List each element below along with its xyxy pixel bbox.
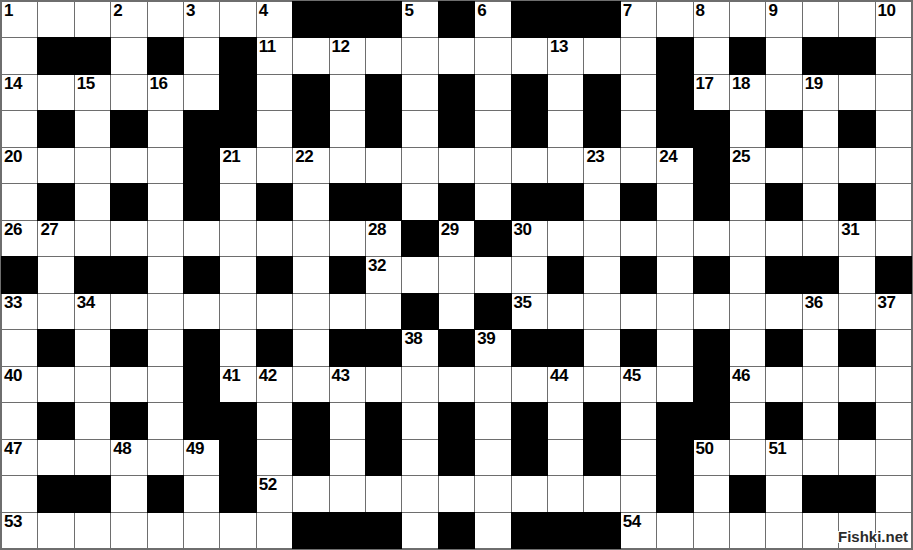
white-cell[interactable]: 42 [257,367,292,402]
black-cell [111,330,146,365]
white-cell[interactable] [75,440,110,475]
white-cell[interactable] [512,38,547,73]
white-cell[interactable] [293,38,328,73]
white-cell[interactable]: 22 [293,148,328,183]
white-cell[interactable] [220,257,255,292]
white-cell[interactable] [694,38,729,73]
black-cell [257,184,292,219]
white-cell[interactable] [657,2,692,37]
white-cell[interactable]: 49 [184,440,219,475]
white-cell[interactable] [293,330,328,365]
black-cell [184,184,219,219]
white-cell[interactable] [38,148,73,183]
white-cell[interactable] [876,75,911,110]
white-cell[interactable] [111,38,146,73]
white-cell[interactable] [402,476,437,511]
clue-number: 30 [514,221,532,240]
black-cell [111,403,146,438]
white-cell[interactable] [766,476,801,511]
white-cell[interactable] [366,38,401,73]
white-cell[interactable] [220,221,255,256]
white-cell[interactable] [657,184,692,219]
white-cell[interactable]: 21 [220,148,255,183]
white-cell[interactable] [257,75,292,110]
white-cell[interactable] [2,403,37,438]
clue-number: 23 [586,148,604,167]
white-cell[interactable] [475,111,510,146]
white-cell[interactable] [330,148,365,183]
white-cell[interactable] [366,148,401,183]
white-cell[interactable] [621,38,656,73]
white-cell[interactable] [839,440,874,475]
white-cell[interactable] [148,440,183,475]
white-cell[interactable] [475,75,510,110]
white-cell[interactable]: 34 [75,294,110,329]
white-cell[interactable] [730,111,765,146]
white-cell[interactable]: 53 [2,513,37,548]
white-cell[interactable] [148,403,183,438]
white-cell[interactable] [402,111,437,146]
white-cell[interactable]: 35 [512,294,547,329]
white-cell[interactable] [148,221,183,256]
white-cell[interactable]: 29 [439,221,474,256]
white-cell[interactable] [730,403,765,438]
white-cell[interactable] [766,221,801,256]
white-cell[interactable] [75,367,110,402]
white-cell[interactable] [766,148,801,183]
white-cell[interactable] [111,294,146,329]
black-cell [766,111,801,146]
white-cell[interactable] [839,2,874,37]
white-cell[interactable]: 50 [694,440,729,475]
white-cell[interactable] [839,148,874,183]
white-cell[interactable] [512,148,547,183]
white-cell[interactable] [439,257,474,292]
white-cell[interactable] [876,440,911,475]
white-cell[interactable] [184,38,219,73]
white-cell[interactable] [475,440,510,475]
black-cell [439,403,474,438]
white-cell[interactable] [402,184,437,219]
white-cell[interactable]: 36 [803,294,838,329]
white-cell[interactable] [621,111,656,146]
white-cell[interactable] [876,367,911,402]
white-cell[interactable]: 38 [402,330,437,365]
white-cell[interactable]: 28 [366,221,401,256]
black-cell [184,367,219,402]
white-cell[interactable] [402,38,437,73]
white-cell[interactable] [657,257,692,292]
black-cell [512,75,547,110]
white-cell[interactable] [766,38,801,73]
white-cell[interactable] [730,294,765,329]
white-cell[interactable] [2,38,37,73]
white-cell[interactable] [876,221,911,256]
white-cell[interactable]: 30 [512,221,547,256]
white-cell[interactable] [402,440,437,475]
white-cell[interactable]: 8 [694,2,729,37]
white-cell[interactable] [694,513,729,548]
white-cell[interactable] [548,476,583,511]
white-cell[interactable] [839,367,874,402]
white-cell[interactable] [621,294,656,329]
white-cell[interactable] [803,330,838,365]
clue-number: 18 [732,75,750,94]
white-cell[interactable]: 37 [876,294,911,329]
clue-number: 38 [404,330,422,349]
white-cell[interactable] [512,367,547,402]
white-cell[interactable] [148,148,183,183]
white-cell[interactable] [876,403,911,438]
white-cell[interactable] [293,476,328,511]
white-cell[interactable] [584,38,619,73]
white-cell[interactable] [621,476,656,511]
white-cell[interactable]: 16 [148,75,183,110]
white-cell[interactable] [876,476,911,511]
white-cell[interactable] [366,367,401,402]
white-cell[interactable] [694,221,729,256]
white-cell[interactable] [439,148,474,183]
white-cell[interactable] [257,440,292,475]
white-cell[interactable] [475,38,510,73]
white-cell[interactable] [730,513,765,548]
white-cell[interactable] [621,75,656,110]
white-cell[interactable] [839,75,874,110]
white-cell[interactable] [548,440,583,475]
white-cell[interactable] [584,294,619,329]
white-cell[interactable] [38,367,73,402]
white-cell[interactable]: 23 [584,148,619,183]
white-cell[interactable]: 27 [38,221,73,256]
white-cell[interactable] [512,257,547,292]
white-cell[interactable]: 45 [621,367,656,402]
black-cell [512,403,547,438]
black-cell [730,38,765,73]
crossword-board: 1234567891011121314151617181920212223242… [0,0,913,550]
white-cell[interactable]: 41 [220,367,255,402]
white-cell[interactable] [621,221,656,256]
white-cell[interactable] [75,513,110,548]
white-cell[interactable] [75,330,110,365]
white-cell[interactable] [220,294,255,329]
white-cell[interactable] [38,75,73,110]
white-cell[interactable] [402,148,437,183]
white-cell[interactable] [803,148,838,183]
white-cell[interactable]: 19 [803,75,838,110]
white-cell[interactable] [148,330,183,365]
white-cell[interactable]: 17 [694,75,729,110]
clue-number: 1 [4,2,13,21]
white-cell[interactable] [257,294,292,329]
white-cell[interactable] [330,221,365,256]
white-cell[interactable] [257,513,292,548]
white-cell[interactable] [38,257,73,292]
white-cell[interactable]: 51 [766,440,801,475]
clue-number: 7 [623,2,632,21]
white-cell[interactable] [730,440,765,475]
white-cell[interactable] [475,403,510,438]
white-cell[interactable] [111,476,146,511]
white-cell[interactable] [584,184,619,219]
white-cell[interactable] [330,111,365,146]
black-cell [694,367,729,402]
white-cell[interactable]: 13 [548,38,583,73]
white-cell[interactable] [220,2,255,37]
white-cell[interactable] [876,513,911,548]
white-cell[interactable] [330,440,365,475]
white-cell[interactable] [621,440,656,475]
white-cell[interactable] [475,513,510,548]
clue-number: 44 [550,367,568,386]
white-cell[interactable] [766,367,801,402]
white-cell[interactable] [475,367,510,402]
white-cell[interactable]: 48 [111,440,146,475]
white-cell[interactable] [439,476,474,511]
white-cell[interactable] [293,257,328,292]
black-cell [439,184,474,219]
white-cell[interactable] [439,294,474,329]
white-cell[interactable] [621,148,656,183]
white-cell[interactable]: 52 [257,476,292,511]
black-cell [257,330,292,365]
black-cell [694,403,729,438]
white-cell[interactable] [803,403,838,438]
white-cell[interactable] [512,476,547,511]
black-cell [512,513,547,548]
white-cell[interactable]: 18 [730,75,765,110]
black-cell [548,257,583,292]
white-cell[interactable] [402,367,437,402]
white-cell[interactable] [111,367,146,402]
white-cell[interactable] [220,184,255,219]
white-cell[interactable] [366,476,401,511]
white-cell[interactable]: 11 [257,38,292,73]
white-cell[interactable] [475,184,510,219]
black-cell [402,221,437,256]
white-cell[interactable] [730,2,765,37]
white-cell[interactable] [148,111,183,146]
white-cell[interactable] [839,294,874,329]
white-cell[interactable] [657,513,692,548]
white-cell[interactable] [803,367,838,402]
white-cell[interactable]: 2 [111,2,146,37]
white-cell[interactable] [730,330,765,365]
white-cell[interactable] [766,75,801,110]
white-cell[interactable] [475,476,510,511]
black-cell [803,38,838,73]
white-cell[interactable] [584,476,619,511]
white-cell[interactable]: 20 [2,148,37,183]
white-cell[interactable] [257,111,292,146]
white-cell[interactable]: 40 [2,367,37,402]
white-cell[interactable]: 7 [621,2,656,37]
white-cell[interactable]: 46 [730,367,765,402]
white-cell[interactable] [111,513,146,548]
white-cell[interactable] [293,184,328,219]
white-cell[interactable] [402,403,437,438]
white-cell[interactable]: 26 [2,221,37,256]
clue-number: 39 [477,330,495,349]
white-cell[interactable] [584,367,619,402]
white-cell[interactable] [75,221,110,256]
white-cell[interactable] [584,257,619,292]
white-cell[interactable] [839,513,874,548]
clue-number: 19 [805,75,823,94]
white-cell[interactable] [439,38,474,73]
white-cell[interactable] [2,476,37,511]
white-cell[interactable] [2,111,37,146]
white-cell[interactable]: 25 [730,148,765,183]
white-cell[interactable]: 5 [402,2,437,37]
white-cell[interactable]: 15 [75,75,110,110]
white-cell[interactable] [803,221,838,256]
white-cell[interactable] [148,294,183,329]
black-cell [38,330,73,365]
white-cell[interactable]: 33 [2,294,37,329]
white-cell[interactable] [184,476,219,511]
white-cell[interactable] [75,184,110,219]
white-cell[interactable]: 6 [475,2,510,37]
white-cell[interactable] [38,440,73,475]
black-cell [548,330,583,365]
white-cell[interactable] [584,221,619,256]
black-cell [766,257,801,292]
white-cell[interactable] [548,403,583,438]
white-cell[interactable] [148,184,183,219]
white-cell[interactable] [657,294,692,329]
white-cell[interactable] [293,367,328,402]
white-cell[interactable]: 1 [2,2,37,37]
white-cell[interactable]: 9 [766,2,801,37]
white-cell[interactable] [876,330,911,365]
white-cell[interactable] [548,221,583,256]
white-cell[interactable]: 44 [548,367,583,402]
white-cell[interactable]: 54 [621,513,656,548]
white-cell[interactable] [184,75,219,110]
white-cell[interactable] [148,2,183,37]
white-cell[interactable] [402,513,437,548]
black-cell [75,257,110,292]
black-cell [584,75,619,110]
white-cell[interactable] [293,221,328,256]
white-cell[interactable] [694,476,729,511]
white-cell[interactable] [148,513,183,548]
white-cell[interactable] [876,111,911,146]
white-cell[interactable] [257,403,292,438]
white-cell[interactable]: 14 [2,75,37,110]
white-cell[interactable] [548,148,583,183]
white-cell[interactable] [111,221,146,256]
white-cell[interactable] [803,111,838,146]
white-cell[interactable] [766,513,801,548]
white-cell[interactable] [330,403,365,438]
white-cell[interactable] [184,221,219,256]
white-cell[interactable] [38,513,73,548]
white-cell[interactable] [803,513,838,548]
white-cell[interactable] [548,111,583,146]
white-cell[interactable] [75,148,110,183]
white-cell[interactable] [803,184,838,219]
white-cell[interactable] [876,184,911,219]
white-cell[interactable] [220,330,255,365]
white-cell[interactable] [402,257,437,292]
white-cell[interactable] [475,257,510,292]
white-cell[interactable] [657,221,692,256]
white-cell[interactable] [148,257,183,292]
white-cell[interactable]: 12 [330,38,365,73]
white-cell[interactable] [439,367,474,402]
white-cell[interactable]: 43 [330,367,365,402]
white-cell[interactable] [694,294,729,329]
white-cell[interactable] [584,330,619,365]
white-cell[interactable]: 3 [184,2,219,37]
black-cell [111,184,146,219]
white-cell[interactable] [38,2,73,37]
white-cell[interactable] [75,111,110,146]
white-cell[interactable]: 39 [475,330,510,365]
white-cell[interactable]: 4 [257,2,292,37]
white-cell[interactable] [730,257,765,292]
white-cell[interactable] [548,75,583,110]
white-cell[interactable] [803,2,838,37]
white-cell[interactable] [38,294,73,329]
white-cell[interactable] [366,294,401,329]
white-cell[interactable] [75,403,110,438]
clue-number: 49 [186,440,204,459]
white-cell[interactable] [402,75,437,110]
white-cell[interactable] [839,257,874,292]
white-cell[interactable] [148,367,183,402]
black-cell [512,111,547,146]
white-cell[interactable] [876,148,911,183]
white-cell[interactable] [293,294,328,329]
white-cell[interactable] [657,367,692,402]
white-cell[interactable] [184,294,219,329]
clue-number: 47 [4,440,22,459]
white-cell[interactable] [475,148,510,183]
white-cell[interactable] [111,75,146,110]
white-cell[interactable] [257,221,292,256]
white-cell[interactable] [111,148,146,183]
white-cell[interactable] [2,330,37,365]
white-cell[interactable] [2,184,37,219]
white-cell[interactable] [876,38,911,73]
black-cell [148,476,183,511]
white-cell[interactable] [184,513,219,548]
white-cell[interactable] [803,440,838,475]
white-cell[interactable]: 24 [657,148,692,183]
white-cell[interactable] [730,221,765,256]
white-cell[interactable]: 47 [2,440,37,475]
white-cell[interactable]: 32 [366,257,401,292]
white-cell[interactable] [330,75,365,110]
white-cell[interactable]: 31 [839,221,874,256]
white-cell[interactable] [730,184,765,219]
white-cell[interactable] [766,294,801,329]
white-cell[interactable] [330,294,365,329]
clue-number: 52 [259,476,277,495]
white-cell[interactable] [657,330,692,365]
white-cell[interactable] [621,403,656,438]
white-cell[interactable] [220,513,255,548]
black-cell [766,184,801,219]
white-cell[interactable] [257,148,292,183]
white-cell[interactable] [75,2,110,37]
clue-number: 10 [878,2,896,21]
white-cell[interactable] [330,476,365,511]
white-cell[interactable] [548,294,583,329]
white-cell[interactable]: 10 [876,2,911,37]
